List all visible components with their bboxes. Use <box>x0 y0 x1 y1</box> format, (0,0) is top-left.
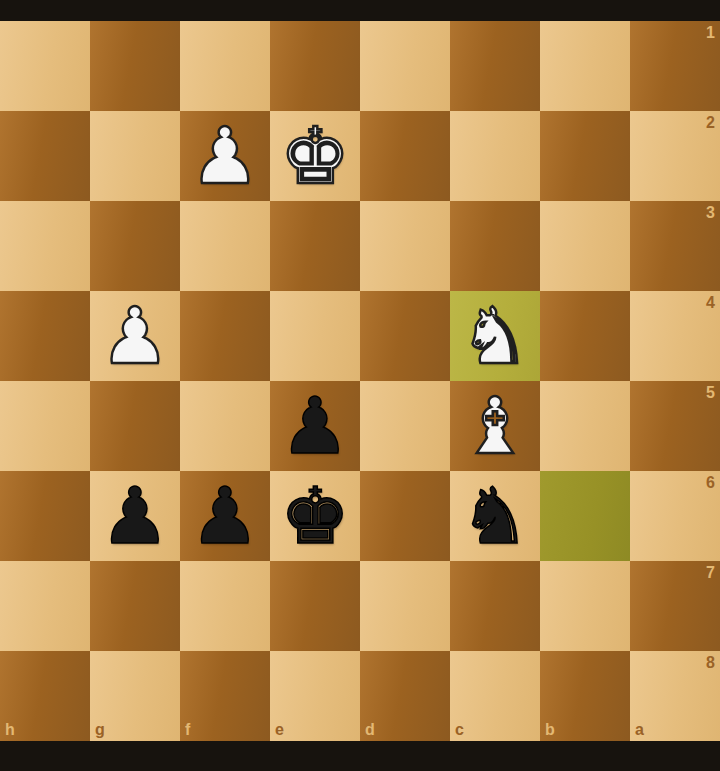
square-g1[interactable] <box>90 21 180 111</box>
square-d7[interactable] <box>360 561 450 651</box>
square-b6[interactable] <box>540 471 630 561</box>
black-king-piece[interactable]: ♚ <box>280 471 350 561</box>
file-label-a: a <box>635 722 644 738</box>
square-c5[interactable]: ♝ <box>450 381 540 471</box>
file-label-g: g <box>95 722 105 738</box>
square-d2[interactable] <box>360 111 450 201</box>
square-g8[interactable]: g <box>90 651 180 741</box>
square-h4[interactable] <box>0 291 90 381</box>
square-e1[interactable] <box>270 21 360 111</box>
file-label-b: b <box>545 722 555 738</box>
square-h2[interactable] <box>0 111 90 201</box>
square-b1[interactable] <box>540 21 630 111</box>
square-b7[interactable] <box>540 561 630 651</box>
square-a8[interactable]: 8a <box>630 651 720 741</box>
white-king-piece[interactable]: ♚ <box>280 111 350 201</box>
square-c3[interactable] <box>450 201 540 291</box>
file-label-e: e <box>275 722 284 738</box>
square-c6[interactable]: ♞ <box>450 471 540 561</box>
white-bishop-piece[interactable]: ♝ <box>460 381 530 471</box>
black-knight-piece[interactable]: ♞ <box>460 471 530 561</box>
square-c1[interactable] <box>450 21 540 111</box>
rank-label-4: 4 <box>706 295 715 311</box>
square-h1[interactable] <box>0 21 90 111</box>
top-letterbox <box>0 0 720 21</box>
square-c8[interactable]: c <box>450 651 540 741</box>
square-b5[interactable] <box>540 381 630 471</box>
square-a7[interactable]: 7 <box>630 561 720 651</box>
square-e4[interactable] <box>270 291 360 381</box>
square-e2[interactable]: ♚ <box>270 111 360 201</box>
square-d8[interactable]: d <box>360 651 450 741</box>
square-a5[interactable]: 5 <box>630 381 720 471</box>
square-f8[interactable]: f <box>180 651 270 741</box>
square-c4[interactable]: ♞ <box>450 291 540 381</box>
square-f4[interactable] <box>180 291 270 381</box>
rank-label-5: 5 <box>706 385 715 401</box>
square-a1[interactable]: 1 <box>630 21 720 111</box>
bottom-letterbox <box>0 741 720 771</box>
rank-label-3: 3 <box>706 205 715 221</box>
chess-board: 1♟♚23♟♞4♟♝5♟♟♚♞67hgfedcb8a <box>0 21 720 741</box>
white-pawn-piece[interactable]: ♟ <box>100 291 170 381</box>
square-h8[interactable]: h <box>0 651 90 741</box>
rank-label-1: 1 <box>706 25 715 41</box>
square-e7[interactable] <box>270 561 360 651</box>
black-pawn-piece[interactable]: ♟ <box>280 381 350 471</box>
square-a4[interactable]: 4 <box>630 291 720 381</box>
square-d4[interactable] <box>360 291 450 381</box>
square-b4[interactable] <box>540 291 630 381</box>
file-label-c: c <box>455 722 464 738</box>
square-g3[interactable] <box>90 201 180 291</box>
square-c7[interactable] <box>450 561 540 651</box>
square-e6[interactable]: ♚ <box>270 471 360 561</box>
square-b2[interactable] <box>540 111 630 201</box>
square-b8[interactable]: b <box>540 651 630 741</box>
square-e5[interactable]: ♟ <box>270 381 360 471</box>
square-f5[interactable] <box>180 381 270 471</box>
square-f7[interactable] <box>180 561 270 651</box>
square-d5[interactable] <box>360 381 450 471</box>
rank-label-2: 2 <box>706 115 715 131</box>
square-f1[interactable] <box>180 21 270 111</box>
rank-label-6: 6 <box>706 475 715 491</box>
square-h3[interactable] <box>0 201 90 291</box>
square-a2[interactable]: 2 <box>630 111 720 201</box>
white-knight-piece[interactable]: ♞ <box>460 291 530 381</box>
square-f6[interactable]: ♟ <box>180 471 270 561</box>
square-h5[interactable] <box>0 381 90 471</box>
square-f2[interactable]: ♟ <box>180 111 270 201</box>
square-g2[interactable] <box>90 111 180 201</box>
white-pawn-piece[interactable]: ♟ <box>190 111 260 201</box>
square-g5[interactable] <box>90 381 180 471</box>
square-e8[interactable]: e <box>270 651 360 741</box>
square-d3[interactable] <box>360 201 450 291</box>
rank-label-7: 7 <box>706 565 715 581</box>
square-f3[interactable] <box>180 201 270 291</box>
square-g6[interactable]: ♟ <box>90 471 180 561</box>
square-h6[interactable] <box>0 471 90 561</box>
square-g4[interactable]: ♟ <box>90 291 180 381</box>
rank-label-8: 8 <box>706 655 715 671</box>
file-label-d: d <box>365 722 375 738</box>
black-pawn-piece[interactable]: ♟ <box>100 471 170 561</box>
square-h7[interactable] <box>0 561 90 651</box>
black-pawn-piece[interactable]: ♟ <box>190 471 260 561</box>
square-a3[interactable]: 3 <box>630 201 720 291</box>
file-label-f: f <box>185 722 190 738</box>
square-c2[interactable] <box>450 111 540 201</box>
square-g7[interactable] <box>90 561 180 651</box>
square-e3[interactable] <box>270 201 360 291</box>
square-d6[interactable] <box>360 471 450 561</box>
square-b3[interactable] <box>540 201 630 291</box>
square-d1[interactable] <box>360 21 450 111</box>
square-a6[interactable]: 6 <box>630 471 720 561</box>
file-label-h: h <box>5 722 15 738</box>
